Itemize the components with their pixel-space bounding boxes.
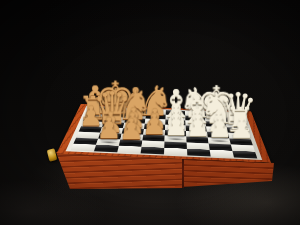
board-white-rim: ♜♜♝♚♝♞♝♞♚♜♞♟♝♞♛♟♛♟♟♟♟♟♜♟♟♟♟♟♟♟♟♟ bbox=[66, 106, 263, 160]
square-a1 bbox=[71, 144, 97, 152]
square-f1 bbox=[187, 149, 211, 157]
square-c1 bbox=[117, 146, 141, 154]
square-h1 bbox=[232, 151, 257, 159]
chess-set-scene: ♜♜♝♚♝♞♝♞♚♜♞♟♝♞♛♟♛♟♟♟♟♟♜♟♟♟♟♟♟♟♟♟ bbox=[0, 0, 300, 225]
square-e1 bbox=[164, 148, 187, 156]
square-d1 bbox=[141, 147, 165, 155]
chess-board-grid: ♜♜♝♚♝♞♝♞♚♜♞♟♝♞♛♟♛♟♟♟♟♟♜♟♟♟♟♟♟♟♟♟ bbox=[71, 107, 258, 159]
square-g1 bbox=[210, 150, 234, 158]
chess-board: ♜♜♝♚♝♞♝♞♚♜♞♟♝♞♛♟♛♟♟♟♟♟♜♟♟♟♟♟♟♟♟♟ bbox=[57, 104, 271, 163]
square-b1 bbox=[94, 145, 119, 153]
board-wood-rim: ♜♜♝♚♝♞♝♞♚♜♞♟♝♞♛♟♛♟♟♟♟♟♜♟♟♟♟♟♟♟♟♟ bbox=[57, 104, 271, 163]
photo-canvas: ♜♜♝♚♝♞♝♞♚♜♞♟♝♞♛♟♛♟♟♟♟♟♜♟♟♟♟♟♟♟♟♟ bbox=[0, 0, 300, 225]
